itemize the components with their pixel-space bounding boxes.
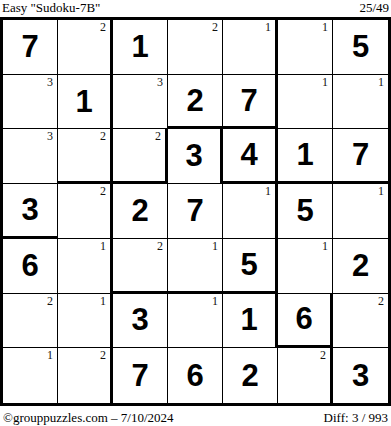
cell-r2c6[interactable]: 1 <box>278 75 333 130</box>
given-digit: 5 <box>240 247 257 283</box>
pencil-mark: 2 <box>100 130 106 143</box>
given-digit: 7 <box>186 193 203 229</box>
cell-r7c3[interactable]: 7 <box>113 348 168 403</box>
given-digit: 5 <box>296 193 313 229</box>
given-digit: 1 <box>131 29 148 65</box>
pencil-mark: 1 <box>378 76 384 89</box>
pencil-mark: 2 <box>100 21 106 34</box>
pencil-mark: 1 <box>378 185 384 198</box>
cell-r7c6[interactable]: 2 <box>278 348 333 403</box>
cell-r2c7[interactable]: 1 <box>333 75 388 130</box>
cell-r6c4[interactable]: 1 <box>168 294 223 349</box>
pencil-mark: 2 <box>320 349 326 362</box>
cell-r3c4[interactable]: 3 <box>168 129 223 184</box>
cell-r1c6[interactable]: 1 <box>278 20 333 75</box>
given-digit: 7 <box>21 29 38 65</box>
cell-r3c1[interactable]: 3 <box>3 129 58 184</box>
given-digit: 2 <box>186 83 203 119</box>
pencil-mark: 2 <box>212 21 218 34</box>
cell-r2c5[interactable]: 7 <box>223 75 278 130</box>
pencil-mark: 2 <box>378 295 384 308</box>
cell-r5c5[interactable]: 5 <box>223 239 278 294</box>
cell-r2c3[interactable]: 3 <box>113 75 168 130</box>
cell-r6c7[interactable]: 2 <box>333 294 388 349</box>
given-digit: 2 <box>241 358 258 394</box>
cell-r5c2[interactable]: 1 <box>58 239 113 294</box>
pencil-mark: 2 <box>47 295 53 308</box>
pencil-mark: 3 <box>47 76 53 89</box>
cell-r4c6[interactable]: 5 <box>278 184 333 239</box>
cell-r5c1[interactable]: 6 <box>3 239 58 294</box>
pencil-mark: 3 <box>47 130 53 143</box>
cell-r3c7[interactable]: 7 <box>333 129 388 184</box>
given-digit: 3 <box>352 358 369 394</box>
given-digit: 6 <box>21 248 38 284</box>
pencil-mark: 1 <box>322 240 328 253</box>
cell-r2c1[interactable]: 3 <box>3 75 58 130</box>
given-digit: 1 <box>75 84 92 120</box>
given-digit: 3 <box>21 192 38 228</box>
cell-r4c5[interactable]: 1 <box>223 184 278 239</box>
pencil-mark: 2 <box>157 240 163 253</box>
cell-r6c2[interactable]: 1 <box>58 294 113 349</box>
cell-r7c1[interactable]: 1 <box>3 348 58 403</box>
pencil-mark: 1 <box>322 76 328 89</box>
pencil-mark: 3 <box>157 76 163 89</box>
cell-r5c7[interactable]: 2 <box>333 239 388 294</box>
cell-r1c4[interactable]: 2 <box>168 20 223 75</box>
given-digit: 3 <box>185 138 202 174</box>
given-digit: 2 <box>131 193 148 229</box>
puzzle-title: Easy "Sudoku-7B" <box>2 1 100 15</box>
cell-r7c5[interactable]: 2 <box>223 348 278 403</box>
cell-r3c5[interactable]: 4 <box>223 129 278 184</box>
cell-r2c2[interactable]: 1 <box>58 75 113 130</box>
cell-r4c2[interactable]: 2 <box>58 184 113 239</box>
given-digit: 4 <box>240 137 257 173</box>
given-digit: 3 <box>131 302 148 338</box>
given-digit: 6 <box>186 358 203 394</box>
cells-remaining-counter: 25/49 <box>359 1 389 15</box>
cell-r5c6[interactable]: 1 <box>278 239 333 294</box>
cell-r4c1[interactable]: 3 <box>3 184 58 239</box>
cell-r5c3[interactable]: 2 <box>113 239 168 294</box>
pencil-mark: 1 <box>100 295 106 308</box>
cell-r1c5[interactable]: 1 <box>223 20 278 75</box>
pencil-mark: 1 <box>265 185 271 198</box>
cell-r2c4[interactable]: 2 <box>168 75 223 130</box>
given-digit: 5 <box>352 29 369 65</box>
puzzle-page: Easy "Sudoku-7B" 25/49 72121153132711322… <box>0 0 391 426</box>
cell-r5c4[interactable]: 1 <box>168 239 223 294</box>
pencil-mark: 1 <box>265 21 271 34</box>
pencil-mark: 1 <box>47 349 53 362</box>
copyright-date: ©grouppuzzles.com – 7/10/2024 <box>3 410 174 425</box>
cell-r1c3[interactable]: 1 <box>113 20 168 75</box>
given-digit: 6 <box>295 301 312 337</box>
pencil-mark: 1 <box>212 295 218 308</box>
pencil-mark: 1 <box>322 21 328 34</box>
given-digit: 1 <box>240 302 257 338</box>
cell-r1c7[interactable]: 5 <box>333 20 388 75</box>
cell-r4c3[interactable]: 2 <box>113 184 168 239</box>
sudoku-board: 7212115313271132234173227151612151221311… <box>0 17 391 406</box>
cell-r7c4[interactable]: 6 <box>168 348 223 403</box>
given-digit: 1 <box>296 137 313 173</box>
cell-r6c1[interactable]: 2 <box>3 294 58 349</box>
cell-r3c6[interactable]: 1 <box>278 129 333 184</box>
cell-r6c5[interactable]: 1 <box>223 294 278 349</box>
cell-r6c3[interactable]: 3 <box>113 294 168 349</box>
pencil-mark: 1 <box>212 240 218 253</box>
cell-r7c2[interactable]: 2 <box>58 348 113 403</box>
pencil-mark: 2 <box>155 130 161 143</box>
cell-r1c2[interactable]: 2 <box>58 20 113 75</box>
given-digit: 7 <box>352 137 369 173</box>
pencil-mark: 2 <box>100 185 106 198</box>
cell-r4c4[interactable]: 7 <box>168 184 223 239</box>
difficulty-label: Diff: 3 / 993 <box>324 410 388 425</box>
cell-r4c7[interactable]: 1 <box>333 184 388 239</box>
cell-r7c7[interactable]: 3 <box>333 348 388 403</box>
given-digit: 2 <box>352 248 369 284</box>
pencil-mark: 1 <box>100 240 106 253</box>
cell-r1c1[interactable]: 7 <box>3 20 58 75</box>
pencil-mark: 2 <box>100 349 106 362</box>
cell-r3c3[interactable]: 2 <box>113 129 168 184</box>
cell-r6c6[interactable]: 6 <box>278 294 333 349</box>
cell-r3c2[interactable]: 2 <box>58 129 113 184</box>
footer: ©grouppuzzles.com – 7/10/2024 Diff: 3 / … <box>0 410 391 425</box>
given-digit: 7 <box>131 358 148 394</box>
given-digit: 7 <box>240 83 257 119</box>
header: Easy "Sudoku-7B" 25/49 <box>0 0 391 17</box>
